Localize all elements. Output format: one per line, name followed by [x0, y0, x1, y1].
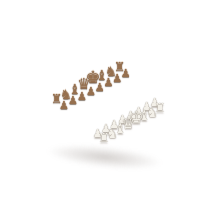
piece-white-pawn: ♟	[150, 97, 160, 108]
piece-brown-pawn: ♟	[59, 100, 69, 111]
piece-white-rook: ♜	[154, 102, 165, 115]
piece-brown-pawn: ♟	[68, 96, 78, 107]
piece-brown-pawn: ♟	[112, 73, 122, 84]
piece-white-king: ♚	[129, 111, 144, 128]
piece-brown-bishop: ♝	[96, 69, 108, 83]
piece-brown-pawn: ♟	[77, 91, 87, 102]
piece-brown-pawn: ♟	[86, 86, 96, 97]
pieces-layer: ♜♞♟♝♟♚♟♛♟♝♟♞♟♜♟♟♟♟♜♟♞♟♝♟♚♟♛♟♝♟♞♜	[0, 0, 200, 200]
piece-white-bishop: ♝	[114, 122, 126, 135]
piece-brown-king: ♚	[86, 71, 101, 88]
piece-white-queen: ♛	[122, 116, 135, 131]
piece-white-knight: ♞	[146, 105, 158, 118]
piece-white-pawn: ♟	[126, 110, 136, 121]
piece-white-pawn: ♟	[134, 106, 144, 117]
piece-white-pawn: ♟	[142, 102, 152, 113]
piece-white-bishop: ♝	[138, 109, 150, 123]
piece-brown-pawn: ♟	[104, 77, 114, 88]
piece-brown-rook: ♜	[51, 93, 62, 106]
piece-white-pawn: ♟	[118, 115, 128, 126]
chess-set-photo: ♜♞♟♝♟♚♟♛♟♝♟♞♟♜♟♟♟♟♜♟♞♟♝♟♚♟♛♟♝♟♞♜	[0, 0, 200, 200]
piece-brown-queen: ♛	[77, 77, 90, 92]
piece-brown-pawn: ♟	[95, 82, 105, 93]
piece-brown-knight: ♞	[60, 88, 72, 101]
piece-white-pawn: ♟	[101, 124, 111, 135]
piece-brown-rook: ♜	[114, 61, 125, 74]
piece-brown-pawn: ♟	[121, 68, 131, 79]
piece-white-rook: ♜	[98, 132, 109, 145]
piece-white-pawn: ♟	[109, 119, 119, 130]
piece-white-knight: ♞	[106, 127, 118, 140]
piece-brown-bishop: ♝	[69, 83, 81, 97]
piece-brown-knight: ♞	[105, 65, 117, 78]
piece-white-pawn: ♟	[93, 128, 103, 139]
